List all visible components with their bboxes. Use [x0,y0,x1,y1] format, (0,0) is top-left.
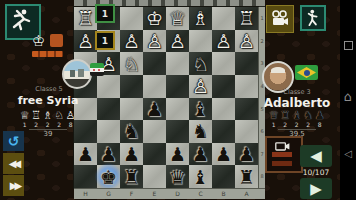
piece-wN-c3[interactable]: ♘ [192,53,209,75]
square-a1[interactable]: ♖ [235,7,258,30]
rewind-button[interactable]: ◀◀ [3,153,24,174]
square-c8[interactable]: ♝ [189,165,212,188]
square-b8[interactable] [212,165,235,188]
piece-wP-f2[interactable]: ♙ [123,30,140,52]
next-move-button[interactable]: ▶ [300,178,332,199]
square-h8[interactable] [74,165,97,188]
square-b3[interactable] [212,52,235,75]
square-a3[interactable] [235,52,258,75]
square-c2[interactable] [189,30,212,53]
square-c4[interactable]: ♙ [189,75,212,98]
square-g7[interactable]: ♟ [97,143,120,166]
square-d8[interactable]: ♛ [166,165,189,188]
right-player-class: Classe 3 [263,88,331,96]
square-c7[interactable]: ♟ [189,143,212,166]
square-f1[interactable] [120,7,143,30]
square-f8[interactable]: ♜ [120,165,143,188]
square-c3[interactable]: ♘ [189,52,212,75]
square-f7[interactable]: ♟ [120,143,143,166]
android-navigation-bar: ⌂ ◁ [340,0,356,200]
square-d7[interactable]: ♟ [166,143,189,166]
tray-piece: ♕1 [19,110,31,128]
file-labels: HGFEDCBA [74,188,265,199]
square-f2[interactable]: ♙ [120,30,143,53]
tray-piece: ♟8 [314,110,326,128]
square-h7[interactable]: ♟ [74,143,97,166]
square-d1[interactable]: ♕ [166,7,189,30]
piece-wN-f3[interactable]: ♘ [123,53,140,75]
activity-mode-button[interactable] [300,5,326,31]
piece-wP-c4[interactable]: ♙ [192,75,209,97]
video-preview-bar [272,152,292,157]
piece-bP-e5[interactable]: ♟ [146,98,163,120]
square-b6[interactable] [212,120,235,143]
video-preview-bar [272,161,292,166]
chess-app-screen: ♖♔♕♗♖♙♗♙♙♙♙♙♙♘♘♙♟♝♞♞♟♟♟♟♟♟♟♚♜♛♝♜ 1234567… [0,0,356,200]
square-e1[interactable]: ♔ [143,7,166,30]
avatar-detail [271,67,285,73]
tray-piece: ♝2 [291,110,303,128]
square-b5[interactable] [212,98,235,121]
white-material-total: 39 [29,129,67,138]
chess-board-frame: ♖♔♕♗♖♙♗♙♙♙♙♙♙♘♘♙♟♝♞♞♟♟♟♟♟♟♟♚♜♛♝♜ 1234567… [74,0,265,200]
square-f3[interactable]: ♘ [120,52,143,75]
square-g5[interactable] [97,98,120,121]
square-d6[interactable] [166,120,189,143]
record-video-button[interactable] [266,5,294,33]
black-material-tray: ♛1♜2♝2♞2♟8 [268,110,326,128]
square-b1[interactable] [212,7,235,30]
piece-wP-a2[interactable]: ♙ [238,30,255,52]
square-c6[interactable]: ♞ [189,120,212,143]
square-h1[interactable]: ♖ [74,7,97,30]
square-a2[interactable]: ♙ [235,30,258,53]
piece-wB-c1[interactable]: ♗ [192,7,209,29]
square-b7[interactable]: ♟ [212,143,235,166]
left-player-class: Classe 5 [14,85,84,93]
piece-wP-e2[interactable]: ♙ [146,30,163,52]
square-g8[interactable]: ♚ [97,165,120,188]
square-g4[interactable] [97,75,120,98]
free-syria-flag [90,63,104,76]
piece-bP-h7[interactable]: ♟ [77,143,94,165]
home-icon[interactable]: ⌂ [341,90,355,104]
tray-piece: ♙8 [65,110,77,128]
piece-bP-b7[interactable]: ♟ [215,143,232,165]
runner-icon [7,6,39,34]
avatar-detail [70,70,75,77]
square-d2[interactable]: ♙ [166,30,189,53]
piece-wQ-d1[interactable]: ♕ [169,7,186,29]
tray-piece: ♞2 [303,110,315,128]
tray-piece: ♘2 [54,110,66,128]
square-b2[interactable]: ♙ [212,30,235,53]
piece-wK-e1[interactable]: ♔ [146,7,163,29]
square-b4[interactable] [212,75,235,98]
fast-forward-button[interactable]: ▶▶ [3,175,24,196]
piece-bP-c7[interactable]: ♟ [192,143,209,165]
square-f6[interactable]: ♞ [120,120,143,143]
piece-bR-a8[interactable]: ♜ [238,166,255,188]
piece-bP-a7[interactable]: ♟ [238,143,255,165]
white-king-icon: ♔ [32,33,47,50]
piece-bQ-d8[interactable]: ♛ [169,166,186,188]
square-e7[interactable] [143,143,166,166]
piece-bB-c5[interactable]: ♝ [192,98,209,120]
piece-wP-d2[interactable]: ♙ [169,30,186,52]
square-a8[interactable]: ♜ [235,165,258,188]
tray-piece: ♛1 [268,110,280,128]
move-counter: 10/107 [298,168,334,177]
piece-bK-g8[interactable]: ♚ [100,166,117,188]
square-a7[interactable]: ♟ [235,143,258,166]
piece-wP-h2[interactable]: ♙ [77,30,94,52]
square-c5[interactable]: ♝ [189,98,212,121]
square-e2[interactable]: ♙ [143,30,166,53]
square-f4[interactable] [120,75,143,98]
tray-piece: ♗2 [42,110,54,128]
piece-bN-c6[interactable]: ♞ [192,120,209,142]
back-icon[interactable]: ◁ [342,148,354,160]
piece-bP-f7[interactable]: ♟ [123,143,140,165]
movie-camera-icon [270,10,290,28]
walking-person-icon [303,8,323,28]
square-h6[interactable] [74,120,97,143]
square-d3[interactable] [166,52,189,75]
score-counter-yellow: 1 [95,31,115,50]
avatar-detail [78,69,84,77]
tray-piece: ♖2 [31,110,43,128]
piece-bP-g7[interactable]: ♟ [100,143,117,165]
piece-wR-a1[interactable]: ♖ [238,7,255,29]
square-f5[interactable] [120,98,143,121]
piece-wR-h1[interactable]: ♖ [77,7,94,29]
square-e8[interactable] [143,165,166,188]
piece-bN-f6[interactable]: ♞ [123,120,140,142]
square-h2[interactable]: ♙ [74,30,97,53]
square-e6[interactable] [143,120,166,143]
piece-bB-c8[interactable]: ♝ [192,166,209,188]
square-e5[interactable]: ♟ [143,98,166,121]
square-c1[interactable]: ♗ [189,7,212,30]
square-e3[interactable] [143,52,166,75]
square-e4[interactable] [143,75,166,98]
left-player-name: free Syria [4,94,92,107]
tray-piece: ♜2 [280,110,292,128]
recents-icon[interactable] [344,41,353,50]
square-a4[interactable] [235,75,258,98]
square-a6[interactable] [235,120,258,143]
piece-wP-b2[interactable]: ♙ [215,30,232,52]
rotate-board-button[interactable]: ↺ [3,131,24,151]
score-counter-green: 1 [95,4,115,23]
white-material-tray: ♕1♖2♗2♘2♙8 [19,110,77,128]
piece-bR-f8[interactable]: ♜ [123,166,140,188]
previous-move-button[interactable]: ◀ [300,145,332,167]
square-g6[interactable] [97,120,120,143]
brazil-flag [295,65,318,80]
right-player-name: Adalberto [255,96,339,110]
piece-bP-d7[interactable]: ♟ [169,143,186,165]
orange-badge [50,34,63,47]
time-bar [32,51,63,57]
square-d4[interactable] [166,75,189,98]
square-d5[interactable] [166,98,189,121]
